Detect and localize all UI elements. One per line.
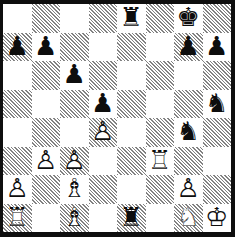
black-pawn-icon: ♟	[89, 90, 118, 119]
square-f5[interactable]	[146, 90, 175, 119]
square-d7[interactable]	[89, 33, 118, 62]
square-c6[interactable]: ♟	[60, 61, 89, 90]
black-pawn-icon: ♟	[3, 33, 32, 62]
square-b5[interactable]	[32, 90, 61, 119]
square-d4[interactable]: ♟♙	[89, 118, 118, 147]
square-a3[interactable]	[3, 147, 32, 176]
square-b6[interactable]	[32, 61, 61, 90]
square-g7[interactable]: ♟	[174, 33, 203, 62]
square-h1[interactable]: ♚♔	[203, 204, 232, 233]
black-rook-icon: ♜	[117, 4, 146, 33]
square-c1[interactable]: ♝♗	[60, 204, 89, 233]
square-g5[interactable]	[174, 90, 203, 119]
white-pawn-icon: ♟♙	[174, 175, 203, 204]
white-king-icon: ♚♔	[203, 204, 232, 233]
square-d1[interactable]	[89, 204, 118, 233]
square-a6[interactable]	[3, 61, 32, 90]
square-b1[interactable]	[32, 204, 61, 233]
square-h2[interactable]	[203, 175, 232, 204]
square-e4[interactable]	[117, 118, 146, 147]
square-b2[interactable]	[32, 175, 61, 204]
square-a2[interactable]: ♟♙	[3, 175, 32, 204]
black-knight-icon: ♞	[203, 90, 232, 119]
square-a5[interactable]	[3, 90, 32, 119]
square-a7[interactable]: ♟	[3, 33, 32, 62]
square-d8[interactable]	[89, 4, 118, 33]
square-h6[interactable]	[203, 61, 232, 90]
square-f3[interactable]: ♜♖	[146, 147, 175, 176]
square-c7[interactable]	[60, 33, 89, 62]
square-d5[interactable]: ♟	[89, 90, 118, 119]
square-g6[interactable]	[174, 61, 203, 90]
square-f1[interactable]	[146, 204, 175, 233]
square-a4[interactable]	[3, 118, 32, 147]
square-g1[interactable]: ♞♘	[174, 204, 203, 233]
square-b7[interactable]: ♟	[32, 33, 61, 62]
black-knight-icon: ♞	[174, 118, 203, 147]
square-g4[interactable]: ♞	[174, 118, 203, 147]
square-d6[interactable]	[89, 61, 118, 90]
black-pawn-icon: ♟	[32, 33, 61, 62]
white-rook-icon: ♜♖	[146, 147, 175, 176]
square-c5[interactable]	[60, 90, 89, 119]
square-d3[interactable]	[89, 147, 118, 176]
square-a8[interactable]	[3, 4, 32, 33]
square-e8[interactable]: ♜	[117, 4, 146, 33]
square-c4[interactable]	[60, 118, 89, 147]
square-c2[interactable]: ♝♗	[60, 175, 89, 204]
square-g2[interactable]: ♟♙	[174, 175, 203, 204]
square-b3[interactable]: ♟♙	[32, 147, 61, 176]
white-pawn-icon: ♟♙	[89, 118, 118, 147]
square-e6[interactable]	[117, 61, 146, 90]
square-e3[interactable]	[117, 147, 146, 176]
black-pawn-icon: ♟	[174, 33, 203, 62]
square-e7[interactable]	[117, 33, 146, 62]
square-g8[interactable]: ♚	[174, 4, 203, 33]
white-pawn-icon: ♟♙	[60, 147, 89, 176]
board-frame: ♜♚♟♟♟♟♟♟♞♟♙♞♟♙♟♙♜♖♟♙♝♗♟♙♜♖♝♗♜♞♘♚♔	[0, 0, 235, 237]
square-f7[interactable]	[146, 33, 175, 62]
square-h7[interactable]: ♟	[203, 33, 232, 62]
square-g3[interactable]	[174, 147, 203, 176]
square-h3[interactable]	[203, 147, 232, 176]
square-e1[interactable]: ♜	[117, 204, 146, 233]
chess-board[interactable]: ♜♚♟♟♟♟♟♟♞♟♙♞♟♙♟♙♜♖♟♙♝♗♟♙♜♖♝♗♜♞♘♚♔	[3, 4, 231, 232]
white-knight-icon: ♞♘	[174, 204, 203, 233]
black-pawn-icon: ♟	[203, 33, 232, 62]
square-h4[interactable]	[203, 118, 232, 147]
black-king-icon: ♚	[174, 4, 203, 33]
square-h8[interactable]	[203, 4, 232, 33]
square-c3[interactable]: ♟♙	[60, 147, 89, 176]
white-pawn-icon: ♟♙	[3, 175, 32, 204]
white-bishop-icon: ♝♗	[60, 204, 89, 233]
square-f4[interactable]	[146, 118, 175, 147]
black-pawn-icon: ♟	[60, 61, 89, 90]
square-f2[interactable]	[146, 175, 175, 204]
square-e2[interactable]	[117, 175, 146, 204]
square-a1[interactable]: ♜♖	[3, 204, 32, 233]
white-rook-icon: ♜♖	[3, 204, 32, 233]
black-rook-icon: ♜	[117, 204, 146, 233]
square-h5[interactable]: ♞	[203, 90, 232, 119]
square-f6[interactable]	[146, 61, 175, 90]
square-c8[interactable]	[60, 4, 89, 33]
square-b8[interactable]	[32, 4, 61, 33]
square-d2[interactable]	[89, 175, 118, 204]
white-bishop-icon: ♝♗	[60, 175, 89, 204]
square-b4[interactable]	[32, 118, 61, 147]
square-e5[interactable]	[117, 90, 146, 119]
white-pawn-icon: ♟♙	[32, 147, 61, 176]
square-f8[interactable]	[146, 4, 175, 33]
